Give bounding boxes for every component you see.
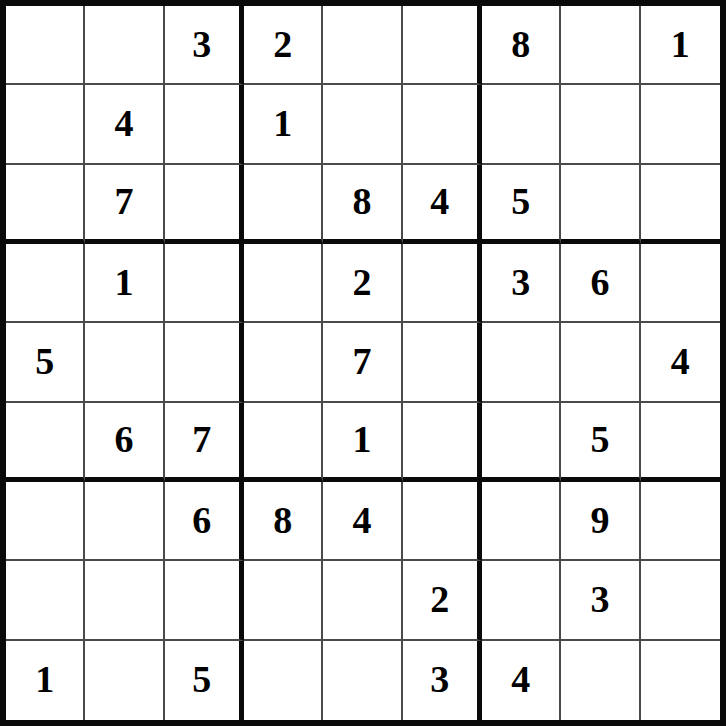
given-digit: 4 bbox=[352, 501, 371, 539]
cell-r4c1[interactable] bbox=[6, 244, 85, 323]
cell-r2c8[interactable] bbox=[561, 85, 640, 164]
cell-r2c1[interactable] bbox=[6, 85, 85, 164]
cell-r9c1[interactable]: 1 bbox=[6, 641, 85, 720]
sudoku-board: 3281417845123657467156849231534 bbox=[0, 0, 726, 726]
cell-r2c6[interactable] bbox=[403, 85, 482, 164]
cell-r1c7[interactable]: 8 bbox=[482, 6, 561, 85]
cell-r8c7[interactable] bbox=[482, 561, 561, 640]
cell-r7c8[interactable]: 9 bbox=[561, 482, 640, 561]
cell-r6c7[interactable] bbox=[482, 403, 561, 482]
cell-r1c3[interactable]: 3 bbox=[165, 6, 244, 85]
given-digit: 5 bbox=[511, 182, 530, 220]
given-digit: 5 bbox=[35, 342, 54, 380]
cell-r6c6[interactable] bbox=[403, 403, 482, 482]
given-digit: 1 bbox=[114, 263, 133, 301]
cell-r6c5[interactable]: 1 bbox=[323, 403, 402, 482]
cell-r4c6[interactable] bbox=[403, 244, 482, 323]
cell-r8c5[interactable] bbox=[323, 561, 402, 640]
cell-r1c5[interactable] bbox=[323, 6, 402, 85]
cell-r9c3[interactable]: 5 bbox=[165, 641, 244, 720]
cell-r8c9[interactable] bbox=[641, 561, 720, 640]
cell-r3c1[interactable] bbox=[6, 165, 85, 244]
cell-r2c2[interactable]: 4 bbox=[85, 85, 164, 164]
cell-r8c3[interactable] bbox=[165, 561, 244, 640]
given-digit: 2 bbox=[430, 580, 449, 618]
given-digit: 7 bbox=[192, 420, 211, 458]
given-digit: 3 bbox=[192, 25, 211, 63]
cell-r4c7[interactable]: 3 bbox=[482, 244, 561, 323]
cell-r7c9[interactable] bbox=[641, 482, 720, 561]
cell-r5c7[interactable] bbox=[482, 323, 561, 402]
cell-r2c5[interactable] bbox=[323, 85, 402, 164]
given-digit: 3 bbox=[511, 263, 530, 301]
cell-r5c1[interactable]: 5 bbox=[6, 323, 85, 402]
cell-r9c2[interactable] bbox=[85, 641, 164, 720]
cell-r9c5[interactable] bbox=[323, 641, 402, 720]
cell-r9c7[interactable]: 4 bbox=[482, 641, 561, 720]
cell-r4c9[interactable] bbox=[641, 244, 720, 323]
cell-r1c2[interactable] bbox=[85, 6, 164, 85]
cell-r6c3[interactable]: 7 bbox=[165, 403, 244, 482]
cell-r7c2[interactable] bbox=[85, 482, 164, 561]
cell-r6c4[interactable] bbox=[244, 403, 323, 482]
given-digit: 6 bbox=[192, 501, 211, 539]
cell-r9c8[interactable] bbox=[561, 641, 640, 720]
cell-r6c1[interactable] bbox=[6, 403, 85, 482]
given-digit: 4 bbox=[114, 104, 133, 142]
given-digit: 4 bbox=[671, 342, 690, 380]
cell-r2c7[interactable] bbox=[482, 85, 561, 164]
cell-r7c1[interactable] bbox=[6, 482, 85, 561]
given-digit: 8 bbox=[511, 25, 530, 63]
given-digit: 8 bbox=[273, 501, 292, 539]
cell-r7c5[interactable]: 4 bbox=[323, 482, 402, 561]
cell-r2c9[interactable] bbox=[641, 85, 720, 164]
cell-r9c9[interactable] bbox=[641, 641, 720, 720]
cell-r1c8[interactable] bbox=[561, 6, 640, 85]
cell-r5c9[interactable]: 4 bbox=[641, 323, 720, 402]
cell-r7c6[interactable] bbox=[403, 482, 482, 561]
cell-r3c4[interactable] bbox=[244, 165, 323, 244]
cell-r7c7[interactable] bbox=[482, 482, 561, 561]
cell-r3c8[interactable] bbox=[561, 165, 640, 244]
cell-r5c3[interactable] bbox=[165, 323, 244, 402]
cell-r3c9[interactable] bbox=[641, 165, 720, 244]
cell-r6c8[interactable]: 5 bbox=[561, 403, 640, 482]
cell-r6c9[interactable] bbox=[641, 403, 720, 482]
cell-r8c2[interactable] bbox=[85, 561, 164, 640]
given-digit: 8 bbox=[352, 182, 371, 220]
given-digit: 2 bbox=[273, 25, 292, 63]
cell-r4c5[interactable]: 2 bbox=[323, 244, 402, 323]
cell-r5c4[interactable] bbox=[244, 323, 323, 402]
cell-r1c1[interactable] bbox=[6, 6, 85, 85]
given-digit: 9 bbox=[590, 501, 609, 539]
cell-r5c5[interactable]: 7 bbox=[323, 323, 402, 402]
given-digit: 4 bbox=[511, 660, 530, 698]
cell-r8c8[interactable]: 3 bbox=[561, 561, 640, 640]
cell-r3c3[interactable] bbox=[165, 165, 244, 244]
given-digit: 3 bbox=[590, 580, 609, 618]
cell-r7c4[interactable]: 8 bbox=[244, 482, 323, 561]
given-digit: 1 bbox=[671, 25, 690, 63]
given-digit: 1 bbox=[352, 420, 371, 458]
given-digit: 1 bbox=[273, 104, 292, 142]
cell-r9c6[interactable]: 3 bbox=[403, 641, 482, 720]
cell-r4c3[interactable] bbox=[165, 244, 244, 323]
cell-r5c2[interactable] bbox=[85, 323, 164, 402]
given-digit: 6 bbox=[590, 263, 609, 301]
given-digit: 7 bbox=[114, 182, 133, 220]
given-digit: 6 bbox=[114, 420, 133, 458]
cell-r1c4[interactable]: 2 bbox=[244, 6, 323, 85]
given-digit: 2 bbox=[352, 263, 371, 301]
cell-r5c6[interactable] bbox=[403, 323, 482, 402]
cell-r8c6[interactable]: 2 bbox=[403, 561, 482, 640]
cell-r4c2[interactable]: 1 bbox=[85, 244, 164, 323]
cell-r8c1[interactable] bbox=[6, 561, 85, 640]
cell-r5c8[interactable] bbox=[561, 323, 640, 402]
given-digit: 7 bbox=[352, 342, 371, 380]
cell-r7c3[interactable]: 6 bbox=[165, 482, 244, 561]
cell-r3c7[interactable]: 5 bbox=[482, 165, 561, 244]
cell-r2c3[interactable] bbox=[165, 85, 244, 164]
cell-r3c6[interactable]: 4 bbox=[403, 165, 482, 244]
cell-r1c9[interactable]: 1 bbox=[641, 6, 720, 85]
cell-r6c2[interactable]: 6 bbox=[85, 403, 164, 482]
cell-r3c5[interactable]: 8 bbox=[323, 165, 402, 244]
cell-r2c4[interactable]: 1 bbox=[244, 85, 323, 164]
cell-r8c4[interactable] bbox=[244, 561, 323, 640]
given-digit: 4 bbox=[430, 182, 449, 220]
cell-r9c4[interactable] bbox=[244, 641, 323, 720]
cell-r1c6[interactable] bbox=[403, 6, 482, 85]
given-digit: 5 bbox=[192, 660, 211, 698]
given-digit: 5 bbox=[590, 420, 609, 458]
cell-r4c8[interactable]: 6 bbox=[561, 244, 640, 323]
cell-r4c4[interactable] bbox=[244, 244, 323, 323]
given-digit: 1 bbox=[35, 660, 54, 698]
given-digit: 3 bbox=[430, 660, 449, 698]
cell-r3c2[interactable]: 7 bbox=[85, 165, 164, 244]
